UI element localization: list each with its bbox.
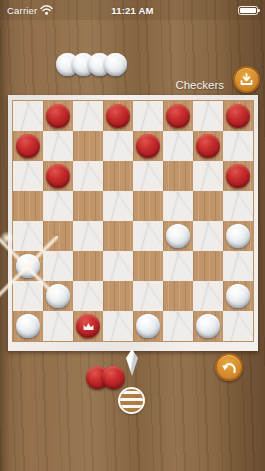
square-f2[interactable] xyxy=(163,281,193,311)
download-icon xyxy=(239,72,254,87)
app-title: Checkers xyxy=(175,79,224,91)
carrier-label: Carrier xyxy=(7,5,37,16)
square-d7 xyxy=(103,131,133,161)
white-man-piece[interactable] xyxy=(16,254,40,278)
square-c1[interactable] xyxy=(73,311,103,341)
square-c2 xyxy=(73,281,103,311)
white-man-piece[interactable] xyxy=(196,314,220,338)
square-a3[interactable] xyxy=(13,251,43,281)
white-man-piece[interactable] xyxy=(166,224,190,248)
red-man-piece[interactable] xyxy=(226,104,250,128)
square-h2[interactable] xyxy=(223,281,253,311)
square-a8 xyxy=(13,101,43,131)
square-b6[interactable] xyxy=(43,161,73,191)
square-d1 xyxy=(103,311,133,341)
square-e7[interactable] xyxy=(133,131,163,161)
square-e6 xyxy=(133,161,163,191)
captured-white-tray xyxy=(56,53,127,76)
square-a6 xyxy=(13,161,43,191)
square-c6 xyxy=(73,161,103,191)
square-h7 xyxy=(223,131,253,161)
red-man-piece[interactable] xyxy=(196,134,220,158)
square-f8[interactable] xyxy=(163,101,193,131)
square-e3[interactable] xyxy=(133,251,163,281)
square-b4[interactable] xyxy=(43,221,73,251)
status-right xyxy=(133,6,259,15)
white-man-piece[interactable] xyxy=(136,314,160,338)
square-e5[interactable] xyxy=(133,191,163,221)
square-f4[interactable] xyxy=(163,221,193,251)
captured-red-tray xyxy=(86,366,125,389)
square-d2[interactable] xyxy=(103,281,133,311)
square-d8[interactable] xyxy=(103,101,133,131)
square-f1 xyxy=(163,311,193,341)
download-button[interactable] xyxy=(233,66,260,93)
undo-button[interactable] xyxy=(215,353,243,381)
battery-icon xyxy=(238,6,258,15)
square-f3 xyxy=(163,251,193,281)
square-a7[interactable] xyxy=(13,131,43,161)
board-grid xyxy=(13,101,253,341)
red-king-piece[interactable] xyxy=(76,314,100,338)
square-g5[interactable] xyxy=(193,191,223,221)
square-f5 xyxy=(163,191,193,221)
status-bar: Carrier 11:21 AM xyxy=(0,0,265,20)
battery-nub xyxy=(258,9,260,13)
square-c3[interactable] xyxy=(73,251,103,281)
square-g6 xyxy=(193,161,223,191)
square-f6[interactable] xyxy=(163,161,193,191)
square-g4 xyxy=(193,221,223,251)
square-e2 xyxy=(133,281,163,311)
white-man-piece[interactable] xyxy=(46,284,70,308)
square-e4 xyxy=(133,221,163,251)
square-a4 xyxy=(13,221,43,251)
battery-fill xyxy=(240,8,256,13)
square-h1 xyxy=(223,311,253,341)
square-g8 xyxy=(193,101,223,131)
square-c5[interactable] xyxy=(73,191,103,221)
board-frame xyxy=(12,100,254,342)
white-man-piece[interactable] xyxy=(226,284,250,308)
square-h3 xyxy=(223,251,253,281)
turn-indicator xyxy=(126,349,138,376)
captured-red-piece xyxy=(102,366,125,389)
red-man-piece[interactable] xyxy=(106,104,130,128)
menu-button[interactable] xyxy=(118,387,145,414)
square-b7 xyxy=(43,131,73,161)
square-h5 xyxy=(223,191,253,221)
red-man-piece[interactable] xyxy=(166,104,190,128)
status-left: Carrier xyxy=(7,5,133,16)
app-screen: Carrier 11:21 AM Checkers xyxy=(0,0,265,471)
red-man-piece[interactable] xyxy=(16,134,40,158)
captured-white-piece xyxy=(104,53,127,76)
square-b2[interactable] xyxy=(43,281,73,311)
square-a5[interactable] xyxy=(13,191,43,221)
square-c7[interactable] xyxy=(73,131,103,161)
wifi-icon xyxy=(40,5,53,15)
square-d3 xyxy=(103,251,133,281)
undo-icon xyxy=(221,359,238,376)
square-b3 xyxy=(43,251,73,281)
square-b1 xyxy=(43,311,73,341)
white-man-piece[interactable] xyxy=(16,314,40,338)
square-c8 xyxy=(73,101,103,131)
square-e1[interactable] xyxy=(133,311,163,341)
square-e8 xyxy=(133,101,163,131)
square-g7[interactable] xyxy=(193,131,223,161)
square-b8[interactable] xyxy=(43,101,73,131)
square-g3[interactable] xyxy=(193,251,223,281)
square-a1[interactable] xyxy=(13,311,43,341)
square-g2 xyxy=(193,281,223,311)
white-man-piece[interactable] xyxy=(226,224,250,248)
red-man-piece[interactable] xyxy=(136,134,160,158)
red-man-piece[interactable] xyxy=(226,164,250,188)
checkers-board xyxy=(8,95,258,351)
red-man-piece[interactable] xyxy=(46,104,70,128)
crown-icon xyxy=(82,322,95,331)
square-d6[interactable] xyxy=(103,161,133,191)
square-h6[interactable] xyxy=(223,161,253,191)
square-f7 xyxy=(163,131,193,161)
square-h8[interactable] xyxy=(223,101,253,131)
square-a2 xyxy=(13,281,43,311)
square-h4[interactable] xyxy=(223,221,253,251)
square-b5 xyxy=(43,191,73,221)
square-g1[interactable] xyxy=(193,311,223,341)
red-man-piece[interactable] xyxy=(46,164,70,188)
striped-circle-icon xyxy=(120,389,143,412)
square-c4 xyxy=(73,221,103,251)
square-d5 xyxy=(103,191,133,221)
square-d4[interactable] xyxy=(103,221,133,251)
